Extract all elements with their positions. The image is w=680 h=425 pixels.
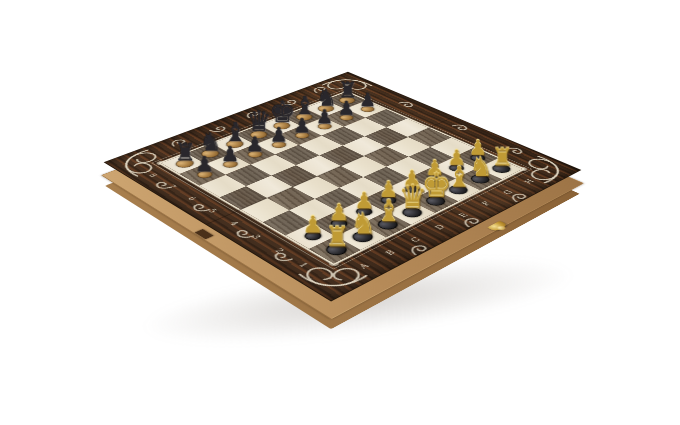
board-surface: ABCDEFGH 87654321 ♜♞♝♛♚♝♞♜♟♟♟♟♟♟♟♟♟♟♟♟♟♟…	[105, 72, 580, 300]
square-a1[interactable]: ♜	[309, 236, 360, 263]
black-pawn-figurine: ♟	[164, 154, 245, 175]
scene: ABCDEFGH 87654321 ♜♞♝♛♚♝♞♜♟♟♟♟♟♟♟♟♟♟♟♟♟♟…	[0, 0, 680, 425]
chess-case: ABCDEFGH 87654321 ♜♞♝♛♚♝♞♜♟♟♟♟♟♟♟♟♟♟♟♟♟♟…	[105, 72, 580, 300]
gold-rook-figurine: ♜	[292, 224, 383, 251]
photo-background: ABCDEFGH 87654321 ♜♞♝♛♚♝♞♜♟♟♟♟♟♟♟♟♟♟♟♟♟♟…	[0, 0, 680, 425]
